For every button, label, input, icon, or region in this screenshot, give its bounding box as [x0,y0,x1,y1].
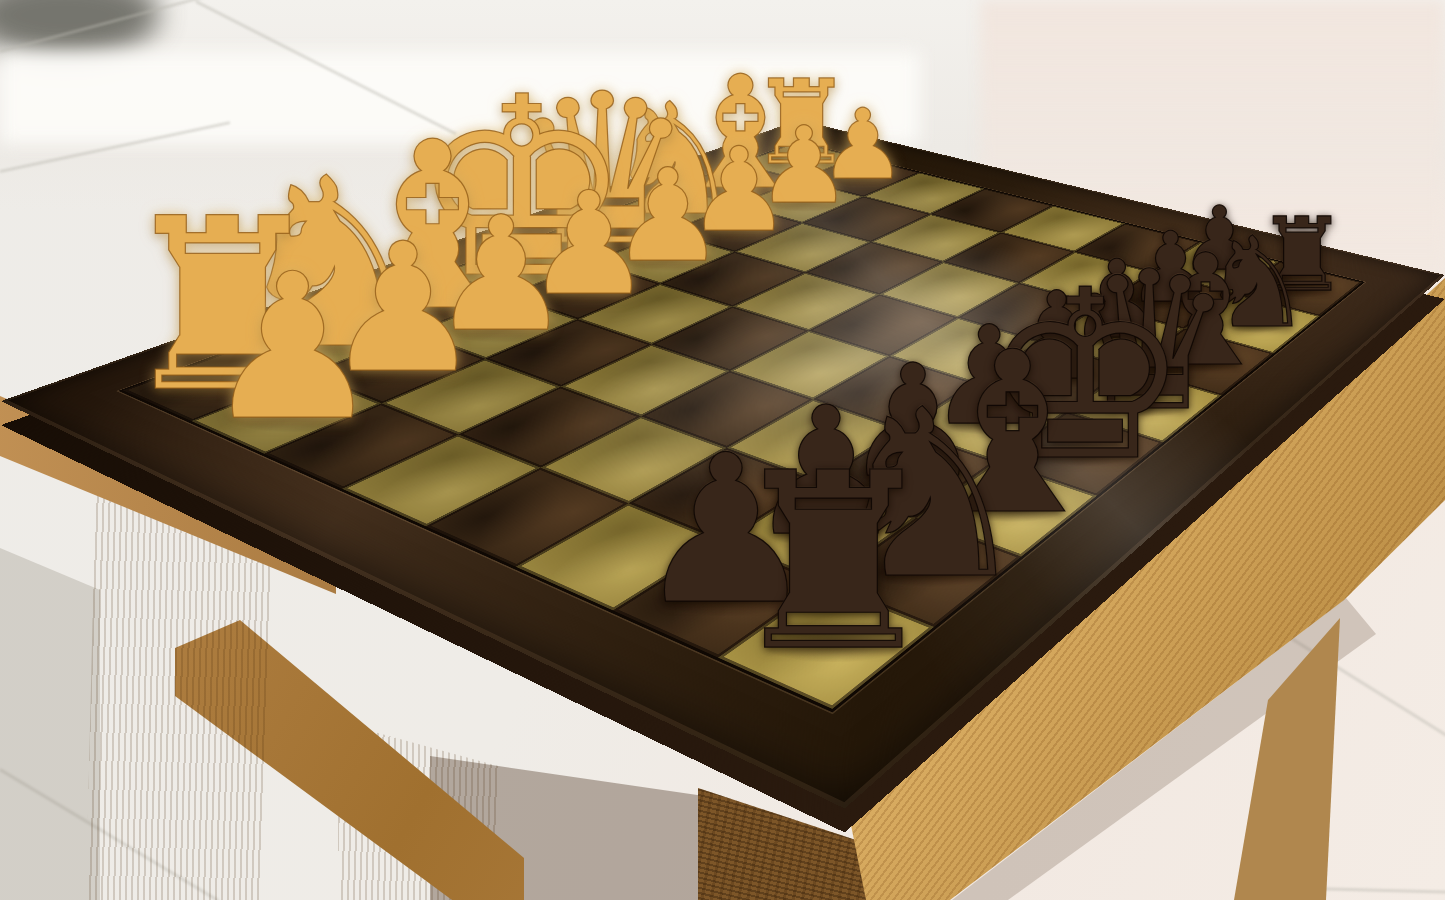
piece-black-rook-h8: ♜ [724,441,943,685]
piece-white-pawn-h2: ♟ [203,247,383,448]
photo-scene: ♜♟♝♟♞♟♛♟♟♚♜♟♟♝♞♟♟♞♝♟♟♜♛♟♟♚♟♝♟♞♟♜ [0,0,1445,900]
